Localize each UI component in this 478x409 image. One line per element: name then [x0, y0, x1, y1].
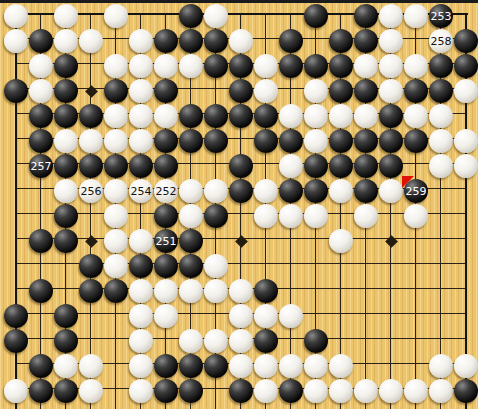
black-stone	[29, 129, 53, 153]
white-stone	[79, 379, 103, 403]
black-stone	[29, 354, 53, 378]
white-stone	[129, 279, 153, 303]
white-stone	[204, 254, 228, 278]
white-stone	[429, 354, 453, 378]
black-stone	[179, 29, 203, 53]
white-stone	[29, 54, 53, 78]
white-stone	[104, 54, 128, 78]
white-stone	[229, 279, 253, 303]
black-stone	[179, 354, 203, 378]
white-stone	[129, 79, 153, 103]
black-stone	[179, 4, 203, 28]
white-stone	[354, 104, 378, 128]
move-number-label: 253	[431, 11, 452, 22]
black-stone	[129, 154, 153, 178]
white-stone	[104, 179, 128, 203]
white-stone	[179, 204, 203, 228]
white-stone	[179, 279, 203, 303]
black-stone: 257	[29, 154, 53, 178]
black-stone	[54, 229, 78, 253]
black-stone	[104, 79, 128, 103]
black-stone	[29, 229, 53, 253]
black-stone	[279, 29, 303, 53]
white-stone	[204, 4, 228, 28]
white-stone	[204, 329, 228, 353]
black-stone	[154, 379, 178, 403]
black-stone	[279, 129, 303, 153]
white-stone	[254, 54, 278, 78]
white-stone	[54, 129, 78, 153]
white-stone	[379, 79, 403, 103]
white-stone	[129, 129, 153, 153]
white-stone	[429, 104, 453, 128]
white-stone: 258	[429, 29, 453, 53]
white-stone	[454, 154, 478, 178]
black-stone	[179, 129, 203, 153]
white-stone	[404, 54, 428, 78]
black-stone	[29, 104, 53, 128]
white-stone	[129, 379, 153, 403]
move-number-label: 256	[81, 186, 102, 197]
white-stone: 254	[129, 179, 153, 203]
black-stone: 251	[154, 229, 178, 253]
black-stone	[179, 254, 203, 278]
white-stone	[279, 304, 303, 328]
black-stone	[204, 54, 228, 78]
white-stone	[254, 179, 278, 203]
white-stone	[329, 229, 353, 253]
white-stone	[379, 379, 403, 403]
move-number-label: 257	[31, 161, 52, 172]
window-top-border	[0, 0, 478, 3]
black-stone	[104, 154, 128, 178]
white-stone	[154, 279, 178, 303]
white-stone	[229, 304, 253, 328]
black-stone	[379, 104, 403, 128]
white-stone	[279, 204, 303, 228]
white-stone	[404, 4, 428, 28]
black-stone	[204, 104, 228, 128]
white-stone	[179, 54, 203, 78]
black-stone	[379, 129, 403, 153]
move-number-label: 251	[156, 236, 177, 247]
white-stone	[104, 4, 128, 28]
black-stone	[4, 79, 28, 103]
white-stone	[54, 4, 78, 28]
white-stone	[179, 179, 203, 203]
black-stone	[204, 354, 228, 378]
black-stone	[354, 29, 378, 53]
white-stone	[104, 254, 128, 278]
black-stone	[304, 329, 328, 353]
white-stone	[354, 54, 378, 78]
white-stone	[129, 329, 153, 353]
black-stone	[279, 379, 303, 403]
black-stone	[354, 129, 378, 153]
last-move-marker-icon	[402, 176, 414, 188]
white-stone	[229, 354, 253, 378]
white-stone	[54, 179, 78, 203]
white-stone	[229, 329, 253, 353]
black-stone	[4, 304, 28, 328]
black-stone	[154, 154, 178, 178]
black-stone	[304, 54, 328, 78]
white-stone	[129, 304, 153, 328]
black-stone	[54, 379, 78, 403]
white-stone	[4, 29, 28, 53]
black-stone	[79, 104, 103, 128]
black-stone	[304, 4, 328, 28]
white-stone	[379, 29, 403, 53]
white-stone	[454, 129, 478, 153]
white-stone	[129, 29, 153, 53]
black-stone	[229, 379, 253, 403]
white-stone	[454, 354, 478, 378]
white-stone	[404, 379, 428, 403]
white-stone	[54, 29, 78, 53]
black-stone	[104, 279, 128, 303]
white-stone	[254, 379, 278, 403]
white-stone	[429, 154, 453, 178]
white-stone	[329, 354, 353, 378]
go-board[interactable]: 253258257256254252259251	[0, 0, 478, 409]
black-stone	[29, 379, 53, 403]
black-stone	[229, 104, 253, 128]
black-stone	[279, 54, 303, 78]
black-stone	[379, 154, 403, 178]
black-stone	[229, 79, 253, 103]
white-stone	[129, 354, 153, 378]
black-stone	[454, 29, 478, 53]
white-stone	[254, 79, 278, 103]
black-stone	[79, 154, 103, 178]
black-stone	[354, 79, 378, 103]
black-stone	[404, 79, 428, 103]
black-stone: 253	[429, 4, 453, 28]
black-stone	[204, 29, 228, 53]
white-stone	[329, 104, 353, 128]
black-stone	[454, 54, 478, 78]
white-stone: 252	[154, 179, 178, 203]
black-stone	[304, 154, 328, 178]
black-stone	[329, 79, 353, 103]
black-stone	[404, 129, 428, 153]
white-stone	[104, 229, 128, 253]
white-stone	[254, 304, 278, 328]
black-stone	[429, 79, 453, 103]
white-stone	[129, 54, 153, 78]
black-stone	[54, 204, 78, 228]
white-stone	[179, 329, 203, 353]
move-number-label: 252	[156, 186, 177, 197]
black-stone	[254, 104, 278, 128]
white-stone	[129, 229, 153, 253]
black-stone	[179, 379, 203, 403]
black-stone	[154, 254, 178, 278]
black-stone	[54, 304, 78, 328]
move-number-label: 258	[431, 36, 452, 47]
black-stone	[54, 329, 78, 353]
black-stone	[154, 29, 178, 53]
black-stone	[29, 279, 53, 303]
white-stone	[79, 129, 103, 153]
black-stone	[254, 279, 278, 303]
white-stone	[29, 79, 53, 103]
white-stone	[79, 29, 103, 53]
black-stone	[354, 179, 378, 203]
black-stone	[154, 354, 178, 378]
black-stone	[329, 154, 353, 178]
white-stone	[429, 129, 453, 153]
black-stone	[54, 54, 78, 78]
white-stone	[354, 379, 378, 403]
white-stone	[104, 204, 128, 228]
black-stone	[204, 204, 228, 228]
white-stone	[104, 104, 128, 128]
black-stone	[229, 154, 253, 178]
black-stone	[154, 204, 178, 228]
white-stone	[379, 4, 403, 28]
white-stone	[329, 379, 353, 403]
white-stone	[254, 354, 278, 378]
black-stone	[179, 229, 203, 253]
white-stone	[454, 79, 478, 103]
white-stone	[404, 204, 428, 228]
white-stone	[229, 29, 253, 53]
black-stone	[54, 104, 78, 128]
black-stone	[229, 54, 253, 78]
white-stone	[154, 54, 178, 78]
black-stone	[154, 129, 178, 153]
black-stone	[329, 129, 353, 153]
white-stone	[404, 104, 428, 128]
black-stone	[329, 54, 353, 78]
white-stone	[204, 179, 228, 203]
black-stone	[454, 379, 478, 403]
white-stone	[279, 354, 303, 378]
white-stone	[4, 379, 28, 403]
white-stone	[129, 104, 153, 128]
white-stone	[204, 279, 228, 303]
white-stone	[279, 154, 303, 178]
black-stone	[129, 254, 153, 278]
white-stone	[329, 179, 353, 203]
white-stone	[154, 304, 178, 328]
white-stone	[354, 204, 378, 228]
black-stone	[254, 129, 278, 153]
black-stone	[329, 29, 353, 53]
black-stone	[179, 104, 203, 128]
black-stone	[279, 179, 303, 203]
white-stone	[254, 204, 278, 228]
black-stone	[204, 129, 228, 153]
white-stone	[304, 79, 328, 103]
move-number-label: 254	[131, 186, 152, 197]
white-stone	[54, 354, 78, 378]
black-stone	[429, 54, 453, 78]
black-stone	[354, 4, 378, 28]
white-stone	[304, 354, 328, 378]
black-stone	[54, 154, 78, 178]
black-stone	[79, 254, 103, 278]
black-stone	[254, 329, 278, 353]
black-stone	[304, 179, 328, 203]
black-stone: 259	[404, 179, 428, 203]
black-stone	[54, 79, 78, 103]
white-stone	[104, 129, 128, 153]
white-stone	[79, 354, 103, 378]
white-stone	[304, 129, 328, 153]
white-stone	[304, 379, 328, 403]
white-stone	[4, 4, 28, 28]
black-stone	[29, 29, 53, 53]
black-stone	[154, 79, 178, 103]
white-stone	[304, 204, 328, 228]
black-stone	[229, 179, 253, 203]
white-stone	[304, 104, 328, 128]
white-stone	[154, 104, 178, 128]
black-stone	[79, 279, 103, 303]
black-stone	[4, 329, 28, 353]
white-stone: 256	[79, 179, 103, 203]
white-stone	[279, 104, 303, 128]
white-stone	[379, 54, 403, 78]
black-stone	[354, 154, 378, 178]
white-stone	[429, 379, 453, 403]
white-stone	[379, 179, 403, 203]
